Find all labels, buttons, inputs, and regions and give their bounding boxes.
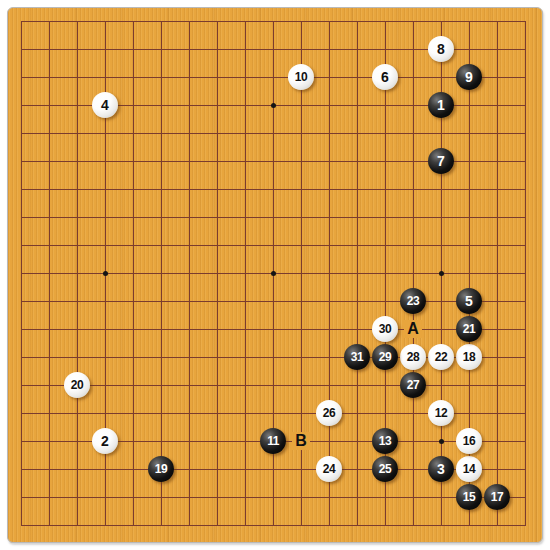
point-label-B: B bbox=[287, 427, 315, 455]
stone-black-7: 7 bbox=[428, 148, 454, 174]
stone-black-3: 3 bbox=[428, 456, 454, 482]
stone-white-8: 8 bbox=[428, 36, 454, 62]
stone-white-18: 18 bbox=[456, 344, 482, 370]
stone-white-2: 2 bbox=[92, 428, 118, 454]
stone-black-1: 1 bbox=[428, 92, 454, 118]
stone-white-22: 22 bbox=[428, 344, 454, 370]
go-diagram: AB12345678910111213141516171819202122232… bbox=[0, 0, 550, 550]
point-label-text: A bbox=[404, 320, 422, 338]
stones-layer: AB12345678910111213141516171819202122232… bbox=[7, 7, 539, 539]
stone-black-29: 29 bbox=[372, 344, 398, 370]
stone-black-11: 11 bbox=[260, 428, 286, 454]
stone-white-6: 6 bbox=[372, 64, 398, 90]
stone-black-5: 5 bbox=[456, 288, 482, 314]
point-label-text: B bbox=[292, 432, 310, 450]
stone-white-12: 12 bbox=[428, 400, 454, 426]
stone-black-17: 17 bbox=[484, 484, 510, 510]
stone-white-4: 4 bbox=[92, 92, 118, 118]
stone-white-20: 20 bbox=[64, 372, 90, 398]
stone-black-9: 9 bbox=[456, 64, 482, 90]
stone-black-21: 21 bbox=[456, 316, 482, 342]
stone-white-28: 28 bbox=[400, 344, 426, 370]
stone-white-16: 16 bbox=[456, 428, 482, 454]
stone-white-10: 10 bbox=[288, 64, 314, 90]
stone-black-25: 25 bbox=[372, 456, 398, 482]
stone-white-14: 14 bbox=[456, 456, 482, 482]
stone-black-23: 23 bbox=[400, 288, 426, 314]
stone-black-31: 31 bbox=[344, 344, 370, 370]
stone-white-30: 30 bbox=[372, 316, 398, 342]
stone-black-19: 19 bbox=[148, 456, 174, 482]
stone-black-15: 15 bbox=[456, 484, 482, 510]
stone-black-13: 13 bbox=[372, 428, 398, 454]
stone-black-27: 27 bbox=[400, 372, 426, 398]
stone-white-26: 26 bbox=[316, 400, 342, 426]
stone-white-24: 24 bbox=[316, 456, 342, 482]
point-label-A: A bbox=[399, 315, 427, 343]
